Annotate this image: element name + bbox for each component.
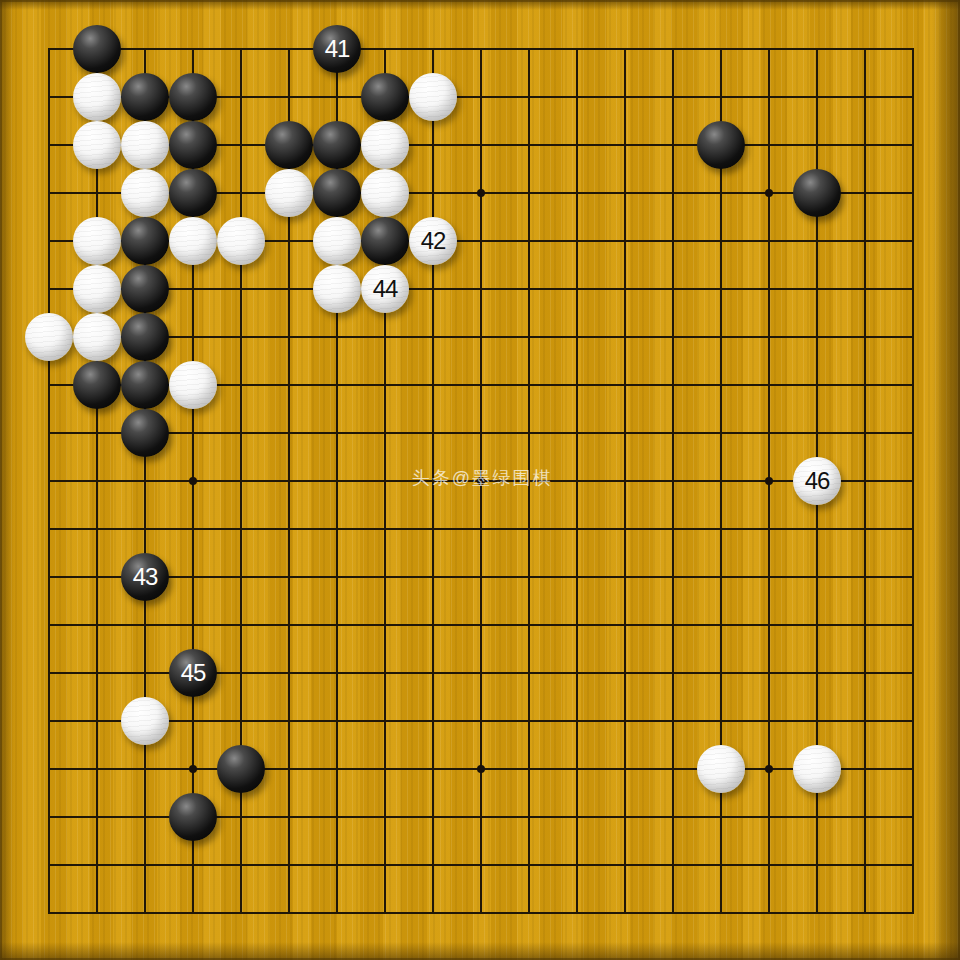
intersection[interactable] bbox=[25, 697, 73, 745]
intersection[interactable] bbox=[25, 505, 73, 553]
intersection[interactable] bbox=[745, 361, 793, 409]
intersection[interactable] bbox=[121, 601, 169, 649]
intersection[interactable] bbox=[121, 265, 169, 313]
intersection[interactable] bbox=[457, 313, 505, 361]
intersection[interactable] bbox=[553, 745, 601, 793]
intersection[interactable] bbox=[793, 649, 841, 697]
intersection[interactable] bbox=[889, 457, 937, 505]
intersection[interactable] bbox=[793, 601, 841, 649]
intersection[interactable] bbox=[889, 697, 937, 745]
intersection[interactable] bbox=[649, 73, 697, 121]
intersection[interactable] bbox=[553, 169, 601, 217]
intersection[interactable] bbox=[313, 505, 361, 553]
intersection[interactable] bbox=[25, 889, 73, 937]
intersection[interactable] bbox=[601, 121, 649, 169]
intersection[interactable] bbox=[697, 889, 745, 937]
intersection[interactable] bbox=[601, 553, 649, 601]
intersection[interactable] bbox=[121, 217, 169, 265]
intersection[interactable] bbox=[265, 361, 313, 409]
intersection[interactable] bbox=[313, 217, 361, 265]
intersection[interactable]: 46 bbox=[793, 457, 841, 505]
intersection[interactable] bbox=[505, 601, 553, 649]
intersection[interactable] bbox=[25, 361, 73, 409]
intersection[interactable] bbox=[457, 745, 505, 793]
intersection[interactable] bbox=[409, 793, 457, 841]
intersection[interactable] bbox=[649, 505, 697, 553]
intersection[interactable] bbox=[169, 169, 217, 217]
intersection[interactable] bbox=[169, 793, 217, 841]
intersection[interactable] bbox=[841, 745, 889, 793]
intersection[interactable] bbox=[217, 505, 265, 553]
intersection[interactable] bbox=[745, 649, 793, 697]
intersection[interactable] bbox=[841, 121, 889, 169]
intersection[interactable] bbox=[697, 649, 745, 697]
intersection[interactable] bbox=[409, 649, 457, 697]
intersection[interactable] bbox=[313, 697, 361, 745]
intersection[interactable] bbox=[553, 457, 601, 505]
intersection[interactable] bbox=[745, 169, 793, 217]
intersection[interactable] bbox=[361, 889, 409, 937]
intersection[interactable] bbox=[505, 505, 553, 553]
intersection[interactable] bbox=[745, 457, 793, 505]
intersection[interactable] bbox=[841, 265, 889, 313]
intersection[interactable] bbox=[553, 313, 601, 361]
intersection[interactable] bbox=[73, 745, 121, 793]
intersection[interactable] bbox=[601, 601, 649, 649]
intersection[interactable] bbox=[73, 73, 121, 121]
intersection[interactable] bbox=[841, 409, 889, 457]
intersection[interactable] bbox=[793, 409, 841, 457]
intersection[interactable] bbox=[649, 361, 697, 409]
intersection[interactable] bbox=[745, 265, 793, 313]
intersection[interactable] bbox=[697, 313, 745, 361]
intersection[interactable] bbox=[889, 889, 937, 937]
intersection[interactable] bbox=[361, 217, 409, 265]
intersection[interactable] bbox=[73, 265, 121, 313]
intersection[interactable] bbox=[841, 169, 889, 217]
intersection[interactable] bbox=[601, 841, 649, 889]
intersection[interactable] bbox=[361, 505, 409, 553]
intersection[interactable] bbox=[793, 265, 841, 313]
intersection[interactable] bbox=[745, 409, 793, 457]
intersection[interactable] bbox=[217, 25, 265, 73]
intersection[interactable] bbox=[457, 265, 505, 313]
intersection[interactable] bbox=[697, 745, 745, 793]
intersection[interactable] bbox=[553, 25, 601, 73]
intersection[interactable] bbox=[121, 793, 169, 841]
intersection[interactable] bbox=[649, 745, 697, 793]
intersection[interactable] bbox=[841, 601, 889, 649]
intersection[interactable] bbox=[313, 841, 361, 889]
intersection[interactable] bbox=[121, 313, 169, 361]
intersection[interactable] bbox=[313, 649, 361, 697]
intersection[interactable] bbox=[73, 601, 121, 649]
intersection[interactable] bbox=[25, 265, 73, 313]
intersection[interactable] bbox=[313, 361, 361, 409]
intersection[interactable] bbox=[793, 889, 841, 937]
intersection[interactable] bbox=[601, 313, 649, 361]
intersection[interactable] bbox=[697, 25, 745, 73]
intersection[interactable] bbox=[73, 889, 121, 937]
intersection[interactable] bbox=[697, 793, 745, 841]
intersection[interactable] bbox=[361, 361, 409, 409]
intersection[interactable] bbox=[505, 553, 553, 601]
intersection[interactable] bbox=[265, 73, 313, 121]
intersection[interactable] bbox=[841, 889, 889, 937]
intersection[interactable] bbox=[697, 265, 745, 313]
intersection[interactable] bbox=[745, 25, 793, 73]
intersection[interactable] bbox=[601, 889, 649, 937]
intersection[interactable] bbox=[889, 649, 937, 697]
intersection[interactable] bbox=[505, 217, 553, 265]
intersection[interactable] bbox=[265, 217, 313, 265]
intersection[interactable] bbox=[25, 409, 73, 457]
intersection[interactable] bbox=[361, 457, 409, 505]
intersection[interactable] bbox=[265, 649, 313, 697]
intersection[interactable] bbox=[25, 313, 73, 361]
intersection[interactable] bbox=[457, 409, 505, 457]
intersection[interactable] bbox=[841, 649, 889, 697]
intersection[interactable] bbox=[217, 217, 265, 265]
intersection[interactable] bbox=[121, 409, 169, 457]
intersection[interactable] bbox=[697, 169, 745, 217]
intersection[interactable] bbox=[265, 553, 313, 601]
intersection[interactable] bbox=[745, 697, 793, 745]
intersection[interactable] bbox=[169, 457, 217, 505]
intersection[interactable] bbox=[601, 265, 649, 313]
intersection[interactable] bbox=[457, 889, 505, 937]
intersection[interactable] bbox=[361, 409, 409, 457]
intersection[interactable] bbox=[169, 745, 217, 793]
intersection[interactable] bbox=[25, 457, 73, 505]
intersection[interactable] bbox=[217, 841, 265, 889]
intersection[interactable] bbox=[889, 25, 937, 73]
intersection[interactable] bbox=[121, 25, 169, 73]
intersection[interactable]: 43 bbox=[121, 553, 169, 601]
intersection[interactable] bbox=[121, 745, 169, 793]
intersection[interactable] bbox=[505, 73, 553, 121]
intersection[interactable] bbox=[553, 73, 601, 121]
intersection[interactable] bbox=[793, 217, 841, 265]
intersection[interactable] bbox=[361, 697, 409, 745]
intersection[interactable] bbox=[25, 217, 73, 265]
intersection[interactable] bbox=[265, 745, 313, 793]
intersection[interactable] bbox=[73, 841, 121, 889]
intersection[interactable] bbox=[793, 313, 841, 361]
intersection[interactable] bbox=[697, 841, 745, 889]
intersection[interactable] bbox=[409, 169, 457, 217]
intersection[interactable] bbox=[745, 553, 793, 601]
intersection[interactable] bbox=[457, 361, 505, 409]
intersection[interactable] bbox=[265, 457, 313, 505]
intersection[interactable] bbox=[745, 889, 793, 937]
intersection[interactable] bbox=[745, 841, 793, 889]
intersection[interactable] bbox=[73, 121, 121, 169]
intersection[interactable] bbox=[553, 793, 601, 841]
intersection[interactable] bbox=[73, 505, 121, 553]
intersection[interactable] bbox=[649, 889, 697, 937]
intersection[interactable] bbox=[841, 25, 889, 73]
intersection[interactable] bbox=[601, 217, 649, 265]
intersection[interactable] bbox=[313, 745, 361, 793]
intersection[interactable] bbox=[169, 25, 217, 73]
intersection[interactable] bbox=[217, 793, 265, 841]
intersection[interactable] bbox=[793, 553, 841, 601]
intersection[interactable] bbox=[409, 409, 457, 457]
intersection[interactable] bbox=[265, 313, 313, 361]
intersection[interactable] bbox=[409, 265, 457, 313]
intersection[interactable] bbox=[697, 73, 745, 121]
intersection[interactable] bbox=[121, 505, 169, 553]
intersection[interactable] bbox=[169, 217, 217, 265]
intersection[interactable] bbox=[409, 361, 457, 409]
intersection[interactable] bbox=[73, 697, 121, 745]
intersection[interactable] bbox=[409, 73, 457, 121]
intersection[interactable] bbox=[121, 697, 169, 745]
intersection[interactable] bbox=[457, 649, 505, 697]
intersection[interactable] bbox=[601, 697, 649, 745]
intersection[interactable] bbox=[553, 409, 601, 457]
intersection[interactable] bbox=[217, 697, 265, 745]
intersection[interactable] bbox=[505, 889, 553, 937]
intersection[interactable] bbox=[649, 25, 697, 73]
intersection[interactable] bbox=[457, 121, 505, 169]
intersection[interactable] bbox=[169, 265, 217, 313]
intersection[interactable] bbox=[457, 73, 505, 121]
intersection[interactable] bbox=[313, 457, 361, 505]
intersection[interactable] bbox=[889, 409, 937, 457]
intersection[interactable] bbox=[265, 601, 313, 649]
intersection[interactable] bbox=[313, 313, 361, 361]
intersection[interactable] bbox=[889, 121, 937, 169]
intersection[interactable] bbox=[601, 649, 649, 697]
intersection[interactable] bbox=[553, 361, 601, 409]
intersection[interactable] bbox=[361, 313, 409, 361]
intersection[interactable] bbox=[457, 217, 505, 265]
intersection[interactable] bbox=[793, 25, 841, 73]
intersection[interactable] bbox=[217, 361, 265, 409]
intersection[interactable] bbox=[841, 793, 889, 841]
intersection[interactable] bbox=[745, 793, 793, 841]
intersection[interactable] bbox=[25, 793, 73, 841]
intersection[interactable] bbox=[409, 889, 457, 937]
intersection[interactable]: 45 bbox=[169, 649, 217, 697]
intersection[interactable] bbox=[265, 841, 313, 889]
intersection[interactable] bbox=[649, 217, 697, 265]
intersection[interactable] bbox=[361, 649, 409, 697]
intersection[interactable] bbox=[121, 73, 169, 121]
intersection[interactable] bbox=[73, 25, 121, 73]
intersection[interactable] bbox=[313, 889, 361, 937]
intersection[interactable] bbox=[889, 217, 937, 265]
intersection[interactable] bbox=[697, 601, 745, 649]
intersection[interactable] bbox=[697, 505, 745, 553]
intersection[interactable] bbox=[649, 649, 697, 697]
intersection[interactable] bbox=[649, 793, 697, 841]
intersection[interactable] bbox=[169, 121, 217, 169]
intersection[interactable] bbox=[265, 121, 313, 169]
intersection[interactable] bbox=[841, 361, 889, 409]
intersection[interactable] bbox=[649, 457, 697, 505]
intersection[interactable] bbox=[313, 265, 361, 313]
intersection[interactable] bbox=[409, 601, 457, 649]
intersection[interactable] bbox=[889, 169, 937, 217]
intersection[interactable] bbox=[121, 121, 169, 169]
intersection[interactable] bbox=[457, 169, 505, 217]
intersection[interactable] bbox=[841, 697, 889, 745]
intersection[interactable] bbox=[25, 73, 73, 121]
intersection[interactable] bbox=[217, 601, 265, 649]
intersection[interactable] bbox=[841, 457, 889, 505]
intersection[interactable] bbox=[217, 457, 265, 505]
intersection[interactable] bbox=[649, 553, 697, 601]
intersection[interactable] bbox=[121, 361, 169, 409]
intersection[interactable] bbox=[73, 217, 121, 265]
intersection[interactable] bbox=[553, 121, 601, 169]
intersection[interactable] bbox=[745, 217, 793, 265]
intersection[interactable] bbox=[889, 361, 937, 409]
intersection[interactable] bbox=[217, 73, 265, 121]
intersection[interactable] bbox=[745, 745, 793, 793]
intersection[interactable] bbox=[121, 457, 169, 505]
intersection[interactable] bbox=[217, 169, 265, 217]
intersection[interactable] bbox=[73, 457, 121, 505]
intersection[interactable] bbox=[841, 841, 889, 889]
intersection[interactable] bbox=[889, 841, 937, 889]
intersection[interactable] bbox=[457, 793, 505, 841]
intersection[interactable] bbox=[25, 649, 73, 697]
intersection[interactable] bbox=[121, 889, 169, 937]
intersection[interactable] bbox=[457, 505, 505, 553]
intersection[interactable] bbox=[793, 745, 841, 793]
intersection[interactable] bbox=[793, 73, 841, 121]
intersection[interactable] bbox=[361, 793, 409, 841]
intersection[interactable]: 42 bbox=[409, 217, 457, 265]
intersection[interactable] bbox=[649, 265, 697, 313]
intersection[interactable] bbox=[457, 25, 505, 73]
intersection[interactable] bbox=[313, 409, 361, 457]
intersection[interactable] bbox=[217, 649, 265, 697]
intersection[interactable] bbox=[217, 265, 265, 313]
intersection[interactable]: 44 bbox=[361, 265, 409, 313]
intersection[interactable] bbox=[121, 649, 169, 697]
intersection[interactable] bbox=[409, 745, 457, 793]
intersection[interactable] bbox=[217, 889, 265, 937]
intersection[interactable] bbox=[793, 361, 841, 409]
intersection[interactable] bbox=[169, 361, 217, 409]
intersection[interactable] bbox=[889, 73, 937, 121]
intersection[interactable] bbox=[217, 121, 265, 169]
intersection[interactable] bbox=[457, 457, 505, 505]
intersection[interactable] bbox=[889, 505, 937, 553]
intersection[interactable] bbox=[889, 793, 937, 841]
intersection[interactable] bbox=[553, 553, 601, 601]
intersection[interactable] bbox=[169, 505, 217, 553]
intersection[interactable] bbox=[313, 601, 361, 649]
intersection[interactable] bbox=[697, 457, 745, 505]
intersection[interactable] bbox=[169, 409, 217, 457]
intersection[interactable] bbox=[793, 121, 841, 169]
intersection[interactable] bbox=[649, 601, 697, 649]
intersection[interactable] bbox=[313, 169, 361, 217]
intersection[interactable] bbox=[697, 553, 745, 601]
intersection[interactable] bbox=[649, 841, 697, 889]
intersection[interactable] bbox=[649, 313, 697, 361]
intersection[interactable] bbox=[553, 649, 601, 697]
intersection[interactable] bbox=[841, 217, 889, 265]
intersection[interactable] bbox=[265, 889, 313, 937]
intersection[interactable] bbox=[457, 553, 505, 601]
intersection[interactable] bbox=[505, 265, 553, 313]
intersection[interactable] bbox=[169, 313, 217, 361]
intersection[interactable] bbox=[553, 889, 601, 937]
intersection[interactable] bbox=[313, 73, 361, 121]
intersection[interactable] bbox=[889, 265, 937, 313]
intersection[interactable] bbox=[409, 697, 457, 745]
intersection[interactable] bbox=[217, 553, 265, 601]
intersection[interactable] bbox=[25, 25, 73, 73]
intersection[interactable] bbox=[169, 841, 217, 889]
intersection[interactable] bbox=[649, 121, 697, 169]
intersection[interactable] bbox=[25, 169, 73, 217]
intersection[interactable] bbox=[745, 601, 793, 649]
intersection[interactable] bbox=[25, 601, 73, 649]
intersection[interactable] bbox=[505, 649, 553, 697]
intersection[interactable] bbox=[265, 25, 313, 73]
intersection[interactable] bbox=[169, 553, 217, 601]
intersection[interactable] bbox=[505, 457, 553, 505]
intersection[interactable] bbox=[169, 601, 217, 649]
intersection[interactable] bbox=[793, 841, 841, 889]
intersection[interactable] bbox=[601, 73, 649, 121]
intersection[interactable] bbox=[601, 505, 649, 553]
intersection[interactable] bbox=[745, 121, 793, 169]
intersection[interactable] bbox=[313, 121, 361, 169]
intersection[interactable] bbox=[841, 505, 889, 553]
intersection[interactable] bbox=[265, 169, 313, 217]
intersection[interactable] bbox=[361, 841, 409, 889]
intersection[interactable] bbox=[505, 697, 553, 745]
intersection[interactable] bbox=[505, 361, 553, 409]
intersection[interactable] bbox=[697, 697, 745, 745]
intersection[interactable] bbox=[361, 73, 409, 121]
intersection[interactable] bbox=[361, 745, 409, 793]
intersection[interactable] bbox=[601, 25, 649, 73]
intersection[interactable] bbox=[121, 841, 169, 889]
intersection[interactable] bbox=[601, 169, 649, 217]
intersection[interactable] bbox=[553, 841, 601, 889]
intersection[interactable] bbox=[649, 409, 697, 457]
intersection[interactable] bbox=[217, 745, 265, 793]
intersection[interactable] bbox=[649, 169, 697, 217]
intersection[interactable] bbox=[505, 841, 553, 889]
intersection[interactable] bbox=[265, 505, 313, 553]
intersection[interactable] bbox=[169, 73, 217, 121]
intersection[interactable] bbox=[505, 409, 553, 457]
intersection[interactable] bbox=[265, 793, 313, 841]
intersection[interactable] bbox=[409, 457, 457, 505]
intersection[interactable] bbox=[553, 505, 601, 553]
intersection[interactable] bbox=[217, 409, 265, 457]
intersection[interactable] bbox=[25, 745, 73, 793]
intersection[interactable] bbox=[601, 457, 649, 505]
intersection[interactable] bbox=[313, 553, 361, 601]
intersection[interactable] bbox=[169, 889, 217, 937]
intersection[interactable] bbox=[505, 745, 553, 793]
intersection[interactable] bbox=[505, 169, 553, 217]
intersection[interactable] bbox=[73, 169, 121, 217]
intersection[interactable] bbox=[889, 745, 937, 793]
